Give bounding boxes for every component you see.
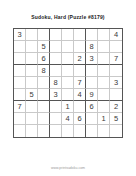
sudoku-cell: 8 [38, 65, 50, 77]
sudoku-cell [98, 41, 110, 53]
sudoku-cell: 4 [74, 89, 86, 101]
sudoku-cell [110, 65, 122, 77]
sudoku-cell: 7 [110, 53, 122, 65]
sudoku-cell [62, 29, 74, 41]
sudoku-cell: 5 [38, 41, 50, 53]
sudoku-cell: 6 [38, 53, 50, 65]
sudoku-cell: 3 [86, 53, 98, 65]
footer-url: www.printsudoku.com [0, 166, 136, 170]
sudoku-cell [62, 89, 74, 101]
sudoku-cell [98, 29, 110, 41]
sudoku-cell [26, 101, 38, 113]
sudoku-cell: 3 [50, 89, 62, 101]
sudoku-cell [110, 89, 122, 101]
sudoku-cell: 9 [86, 89, 98, 101]
sudoku-cell [62, 125, 74, 137]
sudoku-cell [62, 77, 74, 89]
sudoku-cell [62, 53, 74, 65]
sudoku-cell [26, 53, 38, 65]
sudoku-cell [26, 125, 38, 137]
sudoku-cell [26, 29, 38, 41]
sudoku-cell [38, 113, 50, 125]
sudoku-cell [74, 41, 86, 53]
sudoku-cell: 1 [62, 101, 74, 113]
sudoku-cell [86, 65, 98, 77]
sudoku-cell: 1 [98, 113, 110, 125]
sudoku-cell [62, 65, 74, 77]
sudoku-cell [38, 101, 50, 113]
sudoku-cell [14, 89, 26, 101]
sudoku-cell [86, 113, 98, 125]
sudoku-cell [26, 41, 38, 53]
sudoku-cell [50, 101, 62, 113]
sudoku-cell [98, 125, 110, 137]
sudoku-cell [14, 113, 26, 125]
sudoku-cell [62, 41, 74, 53]
sudoku-cell [98, 77, 110, 89]
sudoku-cell [86, 125, 98, 137]
sudoku-cell [14, 125, 26, 137]
sudoku-cell [50, 125, 62, 137]
sudoku-cell [74, 125, 86, 137]
sudoku-cell [14, 41, 26, 53]
sudoku-cell: 7 [14, 101, 26, 113]
sudoku-cell [14, 65, 26, 77]
sudoku-cell [38, 77, 50, 89]
sudoku-cell: 7 [74, 77, 86, 89]
sudoku-cell [38, 89, 50, 101]
sudoku-cell [50, 41, 62, 53]
sudoku-cell [74, 101, 86, 113]
sudoku-cell: 6 [86, 101, 98, 113]
sudoku-cell: 8 [50, 77, 62, 89]
sudoku-cell [86, 29, 98, 41]
sudoku-cell [50, 29, 62, 41]
sudoku-cell [26, 77, 38, 89]
sudoku-cell: 5 [110, 113, 122, 125]
sudoku-cell: 3 [14, 29, 26, 41]
sudoku-cell [50, 53, 62, 65]
sudoku-cell [98, 65, 110, 77]
sudoku-cell: 2 [110, 101, 122, 113]
sudoku-cell: 2 [74, 53, 86, 65]
sudoku-cell [98, 101, 110, 113]
sudoku-cell: 5 [26, 89, 38, 101]
sudoku-cell [14, 77, 26, 89]
sudoku-cell: 3 [110, 77, 122, 89]
sudoku-cell [50, 65, 62, 77]
puzzle-page: Sudoku, Hard (Puzzle #8179) 345862378873… [0, 0, 136, 176]
sudoku-cell [86, 77, 98, 89]
sudoku-cell: 8 [86, 41, 98, 53]
sudoku-cell [38, 125, 50, 137]
sudoku-cell: 4 [62, 113, 74, 125]
sudoku-cell [14, 53, 26, 65]
sudoku-cell [26, 113, 38, 125]
page-title: Sudoku, Hard (Puzzle #8179) [0, 0, 136, 20]
sudoku-cell [74, 29, 86, 41]
sudoku-grid: 345862378873534971624615 [13, 28, 123, 138]
sudoku-cell [38, 29, 50, 41]
sudoku-cell [110, 125, 122, 137]
sudoku-cell [50, 113, 62, 125]
sudoku-cell [98, 53, 110, 65]
sudoku-cell: 4 [110, 29, 122, 41]
sudoku-cell [110, 41, 122, 53]
sudoku-cell [98, 89, 110, 101]
sudoku-cell [26, 65, 38, 77]
sudoku-cell: 6 [74, 113, 86, 125]
sudoku-cell [74, 65, 86, 77]
